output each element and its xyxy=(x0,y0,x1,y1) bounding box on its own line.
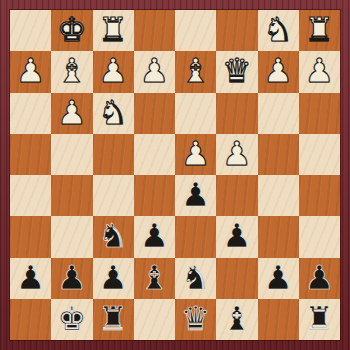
square-c2[interactable]: ♛ xyxy=(216,51,257,92)
black-pawn-icon: ♟ xyxy=(305,261,335,294)
square-a5[interactable] xyxy=(299,175,340,216)
square-b6[interactable] xyxy=(258,216,299,257)
square-a7[interactable]: ♟ xyxy=(299,258,340,299)
square-d2[interactable]: ♝ xyxy=(175,51,216,92)
square-f4[interactable] xyxy=(93,134,134,175)
square-c8[interactable]: ♝ xyxy=(216,299,257,340)
square-c7[interactable] xyxy=(216,258,257,299)
black-bishop-icon: ♝ xyxy=(140,261,170,294)
white-pawn-icon: ♟ xyxy=(98,54,128,87)
square-g8[interactable]: ♚ xyxy=(51,299,92,340)
square-b3[interactable] xyxy=(258,93,299,134)
square-h3[interactable] xyxy=(10,93,51,134)
black-rook-icon: ♜ xyxy=(305,302,335,335)
white-rook-icon: ♜ xyxy=(98,13,128,46)
black-rook-icon: ♜ xyxy=(98,302,128,335)
square-a2[interactable]: ♟ xyxy=(299,51,340,92)
white-rook-icon: ♜ xyxy=(305,13,335,46)
white-pawn-icon: ♟ xyxy=(181,137,211,170)
white-knight-icon: ♞ xyxy=(263,13,293,46)
square-f5[interactable] xyxy=(93,175,134,216)
square-e7[interactable]: ♝ xyxy=(134,258,175,299)
square-g1[interactable]: ♚ xyxy=(51,10,92,51)
black-pawn-icon: ♟ xyxy=(263,261,293,294)
square-d7[interactable]: ♞ xyxy=(175,258,216,299)
square-e5[interactable] xyxy=(134,175,175,216)
square-g5[interactable] xyxy=(51,175,92,216)
square-e8[interactable] xyxy=(134,299,175,340)
square-d5[interactable]: ♟ xyxy=(175,175,216,216)
black-queen-icon: ♛ xyxy=(181,302,211,335)
black-knight-icon: ♞ xyxy=(98,219,128,252)
square-h2[interactable]: ♟ xyxy=(10,51,51,92)
square-g4[interactable] xyxy=(51,134,92,175)
square-e3[interactable] xyxy=(134,93,175,134)
square-h8[interactable] xyxy=(10,299,51,340)
white-pawn-icon: ♟ xyxy=(305,54,335,87)
square-a1[interactable]: ♜ xyxy=(299,10,340,51)
black-bishop-icon: ♝ xyxy=(222,302,252,335)
chess-board: ♚♜♞♜♟♝♟♟♝♛♟♟♟♞♟♟♟♞♟♟♟♟♟♝♞♟♟♚♜♛♝♜ xyxy=(10,10,340,340)
white-pawn-icon: ♟ xyxy=(16,54,46,87)
square-d3[interactable] xyxy=(175,93,216,134)
black-pawn-icon: ♟ xyxy=(16,261,46,294)
white-bishop-icon: ♝ xyxy=(57,54,87,87)
square-d4[interactable]: ♟ xyxy=(175,134,216,175)
square-f7[interactable]: ♟ xyxy=(93,258,134,299)
square-f8[interactable]: ♜ xyxy=(93,299,134,340)
white-knight-icon: ♞ xyxy=(98,96,128,129)
black-pawn-icon: ♟ xyxy=(181,178,211,211)
square-a3[interactable] xyxy=(299,93,340,134)
white-pawn-icon: ♟ xyxy=(263,54,293,87)
square-h5[interactable] xyxy=(10,175,51,216)
square-g7[interactable]: ♟ xyxy=(51,258,92,299)
square-e6[interactable]: ♟ xyxy=(134,216,175,257)
black-pawn-icon: ♟ xyxy=(98,261,128,294)
white-pawn-icon: ♟ xyxy=(140,54,170,87)
black-knight-icon: ♞ xyxy=(181,261,211,294)
black-pawn-icon: ♟ xyxy=(57,261,87,294)
wood-board-frame: ♚♜♞♜♟♝♟♟♝♛♟♟♟♞♟♟♟♞♟♟♟♟♟♝♞♟♟♚♜♛♝♜ xyxy=(0,0,350,350)
white-king-icon: ♚ xyxy=(57,13,87,46)
square-f2[interactable]: ♟ xyxy=(93,51,134,92)
square-c5[interactable] xyxy=(216,175,257,216)
square-g6[interactable] xyxy=(51,216,92,257)
square-b8[interactable] xyxy=(258,299,299,340)
square-g2[interactable]: ♝ xyxy=(51,51,92,92)
square-b4[interactable] xyxy=(258,134,299,175)
square-c6[interactable]: ♟ xyxy=(216,216,257,257)
square-d8[interactable]: ♛ xyxy=(175,299,216,340)
white-pawn-icon: ♟ xyxy=(57,96,87,129)
square-b1[interactable]: ♞ xyxy=(258,10,299,51)
black-pawn-icon: ♟ xyxy=(140,219,170,252)
black-king-icon: ♚ xyxy=(57,302,87,335)
square-c3[interactable] xyxy=(216,93,257,134)
square-e4[interactable] xyxy=(134,134,175,175)
square-h4[interactable] xyxy=(10,134,51,175)
square-a4[interactable] xyxy=(299,134,340,175)
square-e2[interactable]: ♟ xyxy=(134,51,175,92)
square-h6[interactable] xyxy=(10,216,51,257)
square-c4[interactable]: ♟ xyxy=(216,134,257,175)
square-a6[interactable] xyxy=(299,216,340,257)
white-pawn-icon: ♟ xyxy=(222,137,252,170)
square-e1[interactable] xyxy=(134,10,175,51)
square-f6[interactable]: ♞ xyxy=(93,216,134,257)
square-d1[interactable] xyxy=(175,10,216,51)
square-b7[interactable]: ♟ xyxy=(258,258,299,299)
white-queen-icon: ♛ xyxy=(222,54,252,87)
square-b5[interactable] xyxy=(258,175,299,216)
square-h7[interactable]: ♟ xyxy=(10,258,51,299)
square-h1[interactable] xyxy=(10,10,51,51)
black-pawn-icon: ♟ xyxy=(222,219,252,252)
square-f1[interactable]: ♜ xyxy=(93,10,134,51)
square-b2[interactable]: ♟ xyxy=(258,51,299,92)
square-d6[interactable] xyxy=(175,216,216,257)
square-f3[interactable]: ♞ xyxy=(93,93,134,134)
white-bishop-icon: ♝ xyxy=(181,54,211,87)
square-c1[interactable] xyxy=(216,10,257,51)
square-g3[interactable]: ♟ xyxy=(51,93,92,134)
square-a8[interactable]: ♜ xyxy=(299,299,340,340)
